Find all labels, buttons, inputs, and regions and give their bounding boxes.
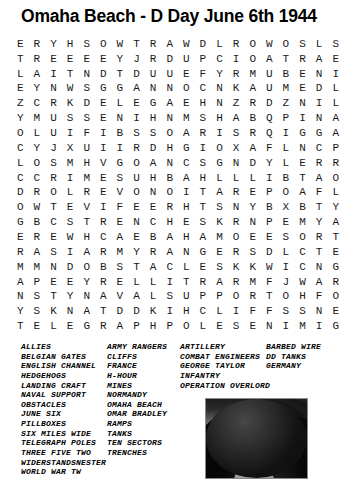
grid-cell[interactable]: H (195, 171, 212, 186)
grid-cell[interactable]: M (278, 82, 295, 97)
grid-cell[interactable]: O (228, 230, 245, 245)
grid-cell[interactable]: P (29, 275, 46, 290)
grid-cell[interactable]: U (261, 82, 278, 97)
grid-cell[interactable]: T (195, 200, 212, 215)
grid-cell[interactable]: T (294, 171, 311, 186)
grid-cell[interactable]: D (195, 37, 212, 52)
grid-cell[interactable]: I (211, 126, 228, 141)
grid-cell[interactable]: E (45, 52, 62, 67)
grid-cell[interactable]: N (128, 215, 145, 230)
grid-cell[interactable]: E (294, 67, 311, 82)
grid-cell[interactable]: L (12, 67, 29, 82)
grid-cell[interactable]: V (78, 200, 95, 215)
grid-cell[interactable]: A (195, 230, 212, 245)
grid-cell[interactable]: R (244, 126, 261, 141)
grid-cell[interactable]: E (278, 215, 295, 230)
grid-cell[interactable]: R (195, 126, 212, 141)
grid-cell[interactable]: D (145, 141, 162, 156)
grid-cell[interactable]: G (294, 126, 311, 141)
grid-cell[interactable]: O (161, 126, 178, 141)
grid-cell[interactable]: H (145, 171, 162, 186)
grid-cell[interactable]: N (311, 304, 328, 319)
grid-cell[interactable]: R (145, 52, 162, 67)
grid-cell[interactable]: D (12, 186, 29, 201)
grid-cell[interactable]: O (128, 156, 145, 171)
grid-cell[interactable]: L (128, 275, 145, 290)
grid-cell[interactable]: L (311, 37, 328, 52)
grid-cell[interactable]: A (145, 260, 162, 275)
grid-cell[interactable]: A (228, 111, 245, 126)
grid-cell[interactable]: I (95, 126, 112, 141)
grid-cell[interactable]: F (195, 67, 212, 82)
grid-cell[interactable]: M (211, 230, 228, 245)
grid-cell[interactable]: M (244, 275, 261, 290)
grid-cell[interactable]: C (12, 171, 29, 186)
grid-cell[interactable]: I (62, 245, 79, 260)
grid-cell[interactable]: D (261, 245, 278, 260)
grid-cell[interactable]: N (62, 304, 79, 319)
grid-cell[interactable]: O (12, 126, 29, 141)
grid-cell[interactable]: E (95, 171, 112, 186)
grid-cell[interactable]: Y (128, 245, 145, 260)
grid-cell[interactable]: I (128, 111, 145, 126)
grid-cell[interactable]: E (128, 200, 145, 215)
grid-cell[interactable]: O (178, 82, 195, 97)
grid-cell[interactable]: L (211, 304, 228, 319)
grid-cell[interactable]: T (128, 37, 145, 52)
grid-cell[interactable]: J (278, 275, 295, 290)
grid-cell[interactable]: E (261, 230, 278, 245)
grid-cell[interactable]: C (45, 215, 62, 230)
grid-cell[interactable]: I (195, 141, 212, 156)
grid-cell[interactable]: L (327, 186, 344, 201)
grid-cell[interactable]: H (178, 230, 195, 245)
grid-cell[interactable]: U (128, 171, 145, 186)
grid-cell[interactable]: M (62, 156, 79, 171)
grid-cell[interactable]: L (244, 171, 261, 186)
grid-cell[interactable]: S (228, 319, 245, 334)
grid-cell[interactable]: R (78, 186, 95, 201)
grid-cell[interactable]: P (278, 111, 295, 126)
grid-cell[interactable]: X (228, 141, 245, 156)
grid-cell[interactable]: Q (261, 111, 278, 126)
grid-cell[interactable]: H (78, 156, 95, 171)
grid-cell[interactable]: C (294, 260, 311, 275)
grid-cell[interactable]: R (228, 186, 245, 201)
grid-cell[interactable]: I (311, 96, 328, 111)
grid-cell[interactable]: D (95, 67, 112, 82)
grid-cell[interactable]: R (228, 215, 245, 230)
grid-cell[interactable]: B (95, 260, 112, 275)
grid-cell[interactable]: E (211, 245, 228, 260)
grid-cell[interactable]: R (29, 186, 46, 201)
grid-cell[interactable]: A (311, 275, 328, 290)
grid-cell[interactable]: Q (261, 126, 278, 141)
grid-cell[interactable]: P (327, 141, 344, 156)
grid-cell[interactable]: L (178, 260, 195, 275)
grid-cell[interactable]: R (311, 156, 328, 171)
grid-cell[interactable]: Z (12, 96, 29, 111)
grid-cell[interactable]: U (178, 289, 195, 304)
grid-cell[interactable]: E (327, 245, 344, 260)
grid-cell[interactable]: E (12, 82, 29, 97)
grid-cell[interactable]: E (62, 319, 79, 334)
grid-cell[interactable]: A (244, 141, 261, 156)
grid-cell[interactable]: N (161, 111, 178, 126)
grid-cell[interactable]: U (45, 111, 62, 126)
grid-cell[interactable]: D (78, 96, 95, 111)
grid-cell[interactable]: L (195, 319, 212, 334)
grid-cell[interactable]: A (145, 156, 162, 171)
grid-cell[interactable]: O (211, 141, 228, 156)
grid-cell[interactable]: T (327, 230, 344, 245)
grid-cell[interactable]: N (311, 111, 328, 126)
grid-cell[interactable]: P (261, 186, 278, 201)
grid-cell[interactable]: R (145, 245, 162, 260)
grid-cell[interactable]: N (211, 82, 228, 97)
grid-cell[interactable]: H (211, 111, 228, 126)
grid-cell[interactable]: I (327, 67, 344, 82)
grid-cell[interactable]: A (311, 171, 328, 186)
grid-cell[interactable]: S (45, 245, 62, 260)
grid-cell[interactable]: E (12, 230, 29, 245)
grid-cell[interactable]: M (78, 171, 95, 186)
grid-cell[interactable]: U (178, 52, 195, 67)
grid-cell[interactable]: I (228, 304, 245, 319)
grid-cell[interactable]: S (78, 37, 95, 52)
grid-cell[interactable]: O (78, 260, 95, 275)
grid-cell[interactable]: F (112, 200, 129, 215)
grid-cell[interactable]: G (211, 156, 228, 171)
grid-cell[interactable]: P (261, 215, 278, 230)
grid-cell[interactable]: G (78, 319, 95, 334)
grid-cell[interactable]: G (178, 141, 195, 156)
grid-cell[interactable]: M (178, 111, 195, 126)
grid-cell[interactable]: E (294, 156, 311, 171)
grid-cell[interactable]: Y (12, 111, 29, 126)
grid-cell[interactable]: G (311, 126, 328, 141)
grid-cell[interactable]: L (145, 289, 162, 304)
grid-cell[interactable]: T (278, 52, 295, 67)
grid-cell[interactable]: Z (278, 96, 295, 111)
grid-cell[interactable]: R (95, 275, 112, 290)
grid-cell[interactable]: C (294, 245, 311, 260)
grid-cell[interactable]: E (45, 275, 62, 290)
grid-cell[interactable]: M (112, 245, 129, 260)
grid-cell[interactable]: C (12, 141, 29, 156)
grid-cell[interactable]: B (112, 126, 129, 141)
grid-cell[interactable]: R (228, 245, 245, 260)
grid-cell[interactable]: B (278, 67, 295, 82)
grid-cell[interactable]: A (128, 82, 145, 97)
grid-cell[interactable]: S (29, 304, 46, 319)
grid-cell[interactable]: X (278, 200, 295, 215)
grid-cell[interactable]: I (62, 171, 79, 186)
grid-cell[interactable]: S (78, 82, 95, 97)
grid-cell[interactable]: O (244, 37, 261, 52)
grid-cell[interactable]: G (327, 260, 344, 275)
grid-cell[interactable]: P (128, 319, 145, 334)
grid-cell[interactable]: H (294, 289, 311, 304)
grid-cell[interactable]: W (261, 260, 278, 275)
grid-cell[interactable]: G (95, 82, 112, 97)
grid-cell[interactable]: N (294, 96, 311, 111)
grid-cell[interactable]: G (12, 215, 29, 230)
grid-cell[interactable]: S (128, 126, 145, 141)
grid-cell[interactable]: K (45, 304, 62, 319)
grid-cell[interactable]: O (12, 200, 29, 215)
grid-cell[interactable]: Z (228, 96, 245, 111)
grid-cell[interactable]: O (278, 37, 295, 52)
grid-cell[interactable]: N (145, 82, 162, 97)
grid-cell[interactable]: N (161, 156, 178, 171)
grid-cell[interactable]: N (12, 289, 29, 304)
grid-cell[interactable]: T (62, 67, 79, 82)
grid-cell[interactable]: F (311, 289, 328, 304)
grid-cell[interactable]: S (294, 37, 311, 52)
grid-cell[interactable]: R (228, 37, 245, 52)
grid-cell[interactable]: J (45, 141, 62, 156)
grid-cell[interactable]: R (95, 245, 112, 260)
grid-cell[interactable]: K (145, 304, 162, 319)
grid-cell[interactable]: C (178, 156, 195, 171)
grid-cell[interactable]: A (161, 37, 178, 52)
grid-cell[interactable]: D (128, 304, 145, 319)
grid-cell[interactable]: S (78, 111, 95, 126)
grid-cell[interactable]: W (261, 37, 278, 52)
grid-cell[interactable]: W (178, 37, 195, 52)
grid-cell[interactable]: S (145, 126, 162, 141)
grid-cell[interactable]: E (244, 319, 261, 334)
grid-cell[interactable]: D (161, 52, 178, 67)
grid-cell[interactable]: R (195, 275, 212, 290)
grid-cell[interactable]: A (294, 186, 311, 201)
grid-cell[interactable]: A (161, 96, 178, 111)
grid-cell[interactable]: A (327, 111, 344, 126)
grid-cell[interactable]: L (12, 156, 29, 171)
grid-cell[interactable]: V (95, 156, 112, 171)
grid-cell[interactable]: N (45, 260, 62, 275)
grid-cell[interactable]: N (78, 67, 95, 82)
grid-cell[interactable]: T (78, 215, 95, 230)
grid-cell[interactable]: P (195, 52, 212, 67)
grid-cell[interactable]: Y (244, 200, 261, 215)
grid-cell[interactable]: M (12, 260, 29, 275)
grid-cell[interactable]: L (278, 141, 295, 156)
grid-cell[interactable]: A (29, 67, 46, 82)
grid-cell[interactable]: S (228, 126, 245, 141)
grid-cell[interactable]: I (112, 141, 129, 156)
grid-cell[interactable]: R (244, 289, 261, 304)
grid-cell[interactable]: X (62, 141, 79, 156)
grid-cell[interactable]: O (95, 37, 112, 52)
grid-cell[interactable]: A (211, 275, 228, 290)
grid-cell[interactable]: N (45, 82, 62, 97)
grid-cell[interactable]: A (311, 52, 328, 67)
grid-cell[interactable]: E (145, 200, 162, 215)
grid-cell[interactable]: M (29, 260, 46, 275)
grid-cell[interactable]: T (261, 289, 278, 304)
grid-cell[interactable]: O (327, 171, 344, 186)
grid-cell[interactable]: U (145, 67, 162, 82)
grid-cell[interactable]: I (294, 111, 311, 126)
grid-cell[interactable]: R (228, 67, 245, 82)
grid-cell[interactable]: E (244, 186, 261, 201)
grid-cell[interactable]: E (112, 275, 129, 290)
grid-cell[interactable]: N (178, 245, 195, 260)
grid-cell[interactable]: S (112, 171, 129, 186)
grid-cell[interactable]: H (195, 96, 212, 111)
grid-cell[interactable]: A (112, 319, 129, 334)
grid-cell[interactable]: Y (311, 215, 328, 230)
grid-cell[interactable]: E (12, 37, 29, 52)
grid-cell[interactable]: R (327, 275, 344, 290)
grid-cell[interactable]: V (112, 186, 129, 201)
grid-cell[interactable]: E (128, 96, 145, 111)
grid-cell[interactable]: B (29, 215, 46, 230)
grid-cell[interactable]: S (211, 200, 228, 215)
grid-cell[interactable]: U (261, 67, 278, 82)
grid-cell[interactable]: A (244, 82, 261, 97)
grid-cell[interactable]: R (29, 37, 46, 52)
grid-cell[interactable]: L (211, 37, 228, 52)
grid-cell[interactable]: N (112, 111, 129, 126)
grid-cell[interactable]: R (294, 52, 311, 67)
grid-cell[interactable]: H (62, 37, 79, 52)
grid-cell[interactable]: R (228, 275, 245, 290)
grid-cell[interactable]: A (78, 245, 95, 260)
grid-cell[interactable]: I (261, 171, 278, 186)
grid-cell[interactable]: F (78, 126, 95, 141)
grid-cell[interactable]: T (12, 319, 29, 334)
grid-cell[interactable]: R (12, 245, 29, 260)
grid-cell[interactable]: T (128, 260, 145, 275)
grid-cell[interactable]: T (195, 186, 212, 201)
grid-cell[interactable]: R (128, 141, 145, 156)
grid-cell[interactable]: E (327, 304, 344, 319)
grid-cell[interactable]: D (128, 67, 145, 82)
grid-cell[interactable]: S (195, 156, 212, 171)
grid-cell[interactable]: A (78, 304, 95, 319)
grid-cell[interactable]: Y (261, 156, 278, 171)
grid-cell[interactable]: D (244, 156, 261, 171)
grid-cell[interactable]: Y (112, 52, 129, 67)
grid-cell[interactable]: E (78, 52, 95, 67)
grid-cell[interactable]: S (62, 111, 79, 126)
grid-cell[interactable]: W (294, 275, 311, 290)
grid-cell[interactable]: G (195, 245, 212, 260)
grid-cell[interactable]: I (311, 319, 328, 334)
grid-cell[interactable]: U (161, 67, 178, 82)
grid-cell[interactable]: H (178, 304, 195, 319)
grid-cell[interactable]: T (45, 289, 62, 304)
grid-cell[interactable]: A (261, 52, 278, 67)
grid-cell[interactable]: T (311, 245, 328, 260)
grid-cell[interactable]: I (228, 52, 245, 67)
grid-cell[interactable]: S (244, 245, 261, 260)
grid-cell[interactable]: N (78, 289, 95, 304)
grid-cell[interactable]: A (161, 230, 178, 245)
grid-cell[interactable]: Y (29, 141, 46, 156)
grid-cell[interactable]: E (62, 200, 79, 215)
grid-cell[interactable]: F (261, 304, 278, 319)
grid-cell[interactable]: A (178, 171, 195, 186)
grid-cell[interactable]: I (45, 67, 62, 82)
grid-cell[interactable]: K (228, 260, 245, 275)
grid-cell[interactable]: B (145, 230, 162, 245)
grid-cell[interactable]: M (294, 215, 311, 230)
grid-cell[interactable]: E (95, 52, 112, 67)
grid-cell[interactable]: S (195, 111, 212, 126)
grid-cell[interactable]: T (178, 275, 195, 290)
grid-cell[interactable]: E (244, 230, 261, 245)
grid-cell[interactable]: A (128, 289, 145, 304)
grid-cell[interactable]: F (311, 186, 328, 201)
grid-cell[interactable]: N (228, 200, 245, 215)
grid-cell[interactable]: G (112, 82, 129, 97)
grid-cell[interactable]: E (62, 275, 79, 290)
grid-cell[interactable]: S (161, 289, 178, 304)
grid-cell[interactable]: P (161, 319, 178, 334)
grid-cell[interactable]: E (29, 319, 46, 334)
grid-cell[interactable]: E (95, 111, 112, 126)
grid-cell[interactable]: N (294, 141, 311, 156)
grid-cell[interactable]: O (45, 186, 62, 201)
grid-cell[interactable]: O (244, 52, 261, 67)
grid-cell[interactable]: U (78, 141, 95, 156)
grid-cell[interactable]: S (195, 215, 212, 230)
grid-cell[interactable]: Y (62, 289, 79, 304)
grid-cell[interactable]: R (327, 156, 344, 171)
grid-cell[interactable]: G (327, 319, 344, 334)
grid-cell[interactable]: L (112, 96, 129, 111)
grid-cell[interactable]: B (278, 171, 295, 186)
grid-cell[interactable]: R (29, 230, 46, 245)
grid-cell[interactable]: E (45, 230, 62, 245)
grid-cell[interactable]: I (95, 200, 112, 215)
grid-cell[interactable]: T (311, 200, 328, 215)
grid-cell[interactable]: D (62, 260, 79, 275)
grid-cell[interactable]: S (112, 260, 129, 275)
grid-cell[interactable]: T (95, 304, 112, 319)
grid-cell[interactable]: L (29, 126, 46, 141)
grid-cell[interactable]: O (278, 186, 295, 201)
grid-cell[interactable]: K (228, 82, 245, 97)
grid-cell[interactable]: I (161, 304, 178, 319)
grid-cell[interactable]: R (45, 171, 62, 186)
grid-cell[interactable]: E (178, 67, 195, 82)
grid-cell[interactable]: L (145, 275, 162, 290)
grid-cell[interactable]: G (145, 96, 162, 111)
grid-cell[interactable]: L (211, 171, 228, 186)
grid-cell[interactable]: C (211, 52, 228, 67)
grid-cell[interactable]: Y (211, 67, 228, 82)
grid-cell[interactable]: Y (45, 37, 62, 52)
grid-cell[interactable]: C (145, 215, 162, 230)
grid-cell[interactable]: C (161, 260, 178, 275)
grid-cell[interactable]: S (278, 230, 295, 245)
grid-cell[interactable]: R (244, 96, 261, 111)
grid-cell[interactable]: H (78, 230, 95, 245)
grid-cell[interactable]: R (95, 319, 112, 334)
grid-cell[interactable]: R (29, 52, 46, 67)
grid-cell[interactable]: S (211, 260, 228, 275)
grid-cell[interactable]: I (62, 126, 79, 141)
grid-cell[interactable]: E (178, 96, 195, 111)
grid-cell[interactable]: A (112, 230, 129, 245)
grid-cell[interactable]: B (244, 111, 261, 126)
grid-cell[interactable]: O (327, 289, 344, 304)
